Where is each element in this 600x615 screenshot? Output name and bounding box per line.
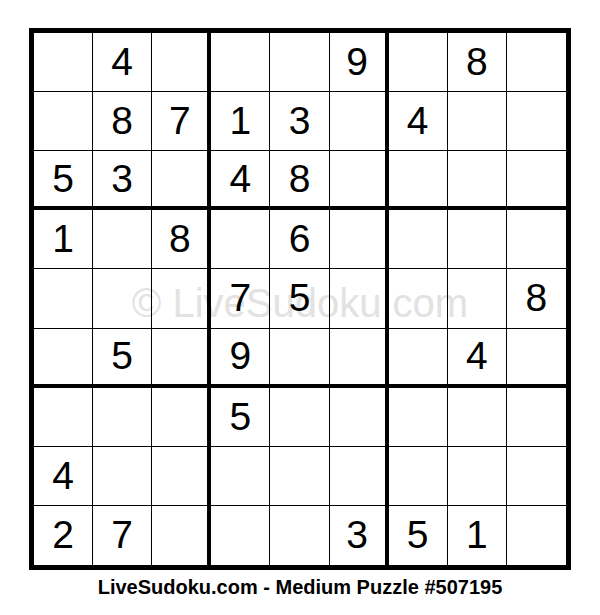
- cell-r5c2[interactable]: [93, 269, 152, 328]
- cell-r8c7[interactable]: [389, 447, 448, 506]
- cell-r3c9[interactable]: [507, 151, 566, 210]
- cell-r9c2[interactable]: 7: [93, 506, 152, 565]
- cell-r6c3[interactable]: [152, 329, 211, 388]
- caption: LiveSudoku.com - Medium Puzzle #507195: [0, 576, 600, 599]
- cell-r2c3[interactable]: 7: [152, 92, 211, 151]
- cell-r9c6[interactable]: 3: [330, 506, 389, 565]
- cell-r4c8[interactable]: [448, 210, 507, 269]
- cell-r6c6[interactable]: [330, 329, 389, 388]
- cell-r3c8[interactable]: [448, 151, 507, 210]
- cell-r5c1[interactable]: [34, 269, 93, 328]
- cell-r5c9[interactable]: 8: [507, 269, 566, 328]
- cell-r5c3[interactable]: [152, 269, 211, 328]
- cell-r3c7[interactable]: [389, 151, 448, 210]
- cell-r9c5[interactable]: [270, 506, 329, 565]
- sudoku-grid: 4988713453481867585945427351: [34, 33, 566, 565]
- cell-r2c9[interactable]: [507, 92, 566, 151]
- cell-r6c7[interactable]: [389, 329, 448, 388]
- cell-r5c4[interactable]: 7: [211, 269, 270, 328]
- cell-r7c5[interactable]: [270, 388, 329, 447]
- cell-r3c5[interactable]: 8: [270, 151, 329, 210]
- cell-r2c5[interactable]: 3: [270, 92, 329, 151]
- cell-r4c6[interactable]: [330, 210, 389, 269]
- cell-r9c3[interactable]: [152, 506, 211, 565]
- cell-r7c7[interactable]: [389, 388, 448, 447]
- cell-r7c2[interactable]: [93, 388, 152, 447]
- cell-r5c6[interactable]: [330, 269, 389, 328]
- cell-r9c7[interactable]: 5: [389, 506, 448, 565]
- cell-r4c5[interactable]: 6: [270, 210, 329, 269]
- cell-r3c2[interactable]: 3: [93, 151, 152, 210]
- cell-r4c4[interactable]: [211, 210, 270, 269]
- cell-r6c9[interactable]: [507, 329, 566, 388]
- cell-r7c8[interactable]: [448, 388, 507, 447]
- cell-r8c5[interactable]: [270, 447, 329, 506]
- cell-r7c1[interactable]: [34, 388, 93, 447]
- cell-r5c5[interactable]: 5: [270, 269, 329, 328]
- cell-r4c9[interactable]: [507, 210, 566, 269]
- cell-r2c4[interactable]: 1: [211, 92, 270, 151]
- cell-r6c4[interactable]: 9: [211, 329, 270, 388]
- cell-r3c1[interactable]: 5: [34, 151, 93, 210]
- cell-r3c4[interactable]: 4: [211, 151, 270, 210]
- cell-r8c9[interactable]: [507, 447, 566, 506]
- cell-r6c8[interactable]: 4: [448, 329, 507, 388]
- cell-r4c3[interactable]: 8: [152, 210, 211, 269]
- cell-r1c7[interactable]: [389, 33, 448, 92]
- cell-r7c6[interactable]: [330, 388, 389, 447]
- sudoku-page: © LiveSudoku.com 49887134534818675859454…: [0, 0, 600, 615]
- cell-r6c2[interactable]: 5: [93, 329, 152, 388]
- cell-r6c1[interactable]: [34, 329, 93, 388]
- cell-r8c8[interactable]: [448, 447, 507, 506]
- cell-r7c4[interactable]: 5: [211, 388, 270, 447]
- cell-r9c1[interactable]: 2: [34, 506, 93, 565]
- cell-r8c3[interactable]: [152, 447, 211, 506]
- cell-r1c6[interactable]: 9: [330, 33, 389, 92]
- cell-r2c6[interactable]: [330, 92, 389, 151]
- cell-r7c9[interactable]: [507, 388, 566, 447]
- cell-r7c3[interactable]: [152, 388, 211, 447]
- cell-r1c3[interactable]: [152, 33, 211, 92]
- cell-r8c2[interactable]: [93, 447, 152, 506]
- cell-r8c6[interactable]: [330, 447, 389, 506]
- cell-r4c1[interactable]: 1: [34, 210, 93, 269]
- cell-r1c4[interactable]: [211, 33, 270, 92]
- sudoku-board: © LiveSudoku.com 49887134534818675859454…: [29, 28, 571, 570]
- cell-r9c8[interactable]: 1: [448, 506, 507, 565]
- cell-r2c1[interactable]: [34, 92, 93, 151]
- cell-r2c2[interactable]: 8: [93, 92, 152, 151]
- cell-r5c7[interactable]: [389, 269, 448, 328]
- cell-r2c7[interactable]: 4: [389, 92, 448, 151]
- cell-r4c7[interactable]: [389, 210, 448, 269]
- cell-r4c2[interactable]: [93, 210, 152, 269]
- cell-r6c5[interactable]: [270, 329, 329, 388]
- cell-r1c8[interactable]: 8: [448, 33, 507, 92]
- cell-r3c3[interactable]: [152, 151, 211, 210]
- cell-r1c2[interactable]: 4: [93, 33, 152, 92]
- cell-r8c1[interactable]: 4: [34, 447, 93, 506]
- cell-r5c8[interactable]: [448, 269, 507, 328]
- cell-r9c9[interactable]: [507, 506, 566, 565]
- cell-r3c6[interactable]: [330, 151, 389, 210]
- cell-r1c1[interactable]: [34, 33, 93, 92]
- cell-r2c8[interactable]: [448, 92, 507, 151]
- cell-r1c5[interactable]: [270, 33, 329, 92]
- cell-r1c9[interactable]: [507, 33, 566, 92]
- cell-r9c4[interactable]: [211, 506, 270, 565]
- cell-r8c4[interactable]: [211, 447, 270, 506]
